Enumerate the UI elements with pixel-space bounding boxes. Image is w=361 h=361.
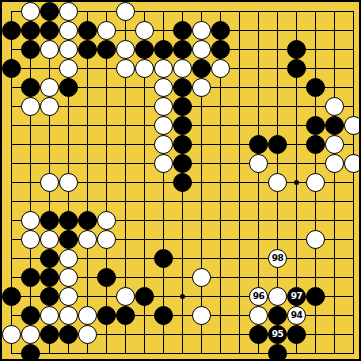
- white-stone: [268, 173, 287, 192]
- black-stone: [21, 344, 40, 361]
- black-stone: [173, 21, 192, 40]
- white-stone: [154, 135, 173, 154]
- white-stone: [249, 154, 268, 173]
- black-stone: [249, 325, 268, 344]
- white-stone: [21, 230, 40, 249]
- white-stone: [59, 268, 78, 287]
- black-stone: [135, 287, 154, 306]
- black-stone: [154, 249, 173, 268]
- white-stone: [192, 21, 211, 40]
- white-stone-move-94: 94: [287, 306, 306, 325]
- white-stone: [97, 211, 116, 230]
- black-stone: [211, 40, 230, 59]
- white-stone: [59, 2, 78, 21]
- black-stone: [173, 154, 192, 173]
- white-stone: [249, 306, 268, 325]
- white-stone: [192, 40, 211, 59]
- black-stone: [21, 40, 40, 59]
- black-stone: [78, 21, 97, 40]
- white-stone: [40, 97, 59, 116]
- white-stone: [116, 287, 135, 306]
- black-stone: [40, 249, 59, 268]
- white-stone: [116, 2, 135, 21]
- white-stone: [78, 230, 97, 249]
- white-stone: [59, 21, 78, 40]
- white-stone: [116, 59, 135, 78]
- white-stone: [59, 59, 78, 78]
- black-stone: [268, 135, 287, 154]
- grid-line-horizontal: [11, 201, 354, 202]
- black-stone: [21, 268, 40, 287]
- white-stone: [154, 78, 173, 97]
- grid-line-horizontal: [11, 353, 354, 354]
- black-stone: [173, 116, 192, 135]
- white-stone: [306, 230, 325, 249]
- black-stone: [59, 325, 78, 344]
- move-number-label: 97: [291, 292, 303, 301]
- black-stone: [59, 78, 78, 97]
- white-stone: [40, 78, 59, 97]
- white-stone: [173, 59, 192, 78]
- white-stone: [78, 306, 97, 325]
- black-stone: [2, 287, 21, 306]
- black-stone: [40, 325, 59, 344]
- black-stone: [116, 306, 135, 325]
- grid-line-vertical: [239, 11, 240, 354]
- white-stone: [192, 268, 211, 287]
- black-stone: [59, 230, 78, 249]
- white-stone: [154, 97, 173, 116]
- white-stone: [344, 116, 361, 135]
- white-stone: [59, 306, 78, 325]
- black-stone: [135, 40, 154, 59]
- black-stone: [287, 59, 306, 78]
- black-stone: [154, 306, 173, 325]
- move-number-label: 95: [272, 330, 284, 339]
- white-stone: [40, 306, 59, 325]
- white-stone: [344, 154, 361, 173]
- white-stone: [59, 249, 78, 268]
- white-stone: [97, 230, 116, 249]
- black-stone: [249, 135, 268, 154]
- black-stone: [173, 97, 192, 116]
- black-stone: [173, 173, 192, 192]
- white-stone: [59, 173, 78, 192]
- move-number-label: 96: [253, 292, 265, 301]
- black-stone: [97, 306, 116, 325]
- black-stone: [306, 116, 325, 135]
- black-stone: [287, 325, 306, 344]
- black-stone: [40, 287, 59, 306]
- white-stone: [325, 97, 344, 116]
- black-stone: [306, 78, 325, 97]
- white-stone: [59, 287, 78, 306]
- black-stone: [40, 2, 59, 21]
- white-stone: [21, 2, 40, 21]
- white-stone: [306, 173, 325, 192]
- white-stone: [135, 21, 154, 40]
- move-number-label: 94: [291, 311, 303, 320]
- white-stone: [21, 325, 40, 344]
- white-stone-move-96: 96: [249, 287, 268, 306]
- black-stone: [78, 211, 97, 230]
- move-number-label: 98: [272, 254, 284, 263]
- black-stone: [97, 40, 116, 59]
- white-stone: [40, 230, 59, 249]
- white-stone: [325, 135, 344, 154]
- black-stone: [21, 21, 40, 40]
- star-point: [294, 180, 299, 185]
- black-stone: [325, 116, 344, 135]
- black-stone: [59, 211, 78, 230]
- white-stone: [192, 306, 211, 325]
- white-stone: [211, 59, 230, 78]
- black-stone: [211, 21, 230, 40]
- white-stone: [78, 325, 97, 344]
- white-stone: [97, 21, 116, 40]
- black-stone: [154, 40, 173, 59]
- white-stone-move-98: 98: [268, 249, 287, 268]
- black-stone: [287, 40, 306, 59]
- white-stone: [154, 59, 173, 78]
- white-stone: [116, 40, 135, 59]
- black-stone: [192, 59, 211, 78]
- black-stone: [40, 268, 59, 287]
- white-stone: [40, 173, 59, 192]
- black-stone: [2, 21, 21, 40]
- go-board[interactable]: 9896979495: [0, 0, 361, 361]
- black-stone: [306, 287, 325, 306]
- black-stone-move-97: 97: [287, 287, 306, 306]
- black-stone-move-95: 95: [268, 325, 287, 344]
- black-stone: [268, 306, 287, 325]
- black-stone: [268, 344, 287, 361]
- white-stone: [59, 40, 78, 59]
- black-stone: [97, 268, 116, 287]
- white-stone: [21, 211, 40, 230]
- black-stone: [40, 211, 59, 230]
- black-stone: [2, 59, 21, 78]
- white-stone: [154, 154, 173, 173]
- white-stone: [2, 325, 21, 344]
- grid-line-vertical: [353, 11, 354, 354]
- black-stone: [173, 78, 192, 97]
- black-stone: [306, 135, 325, 154]
- black-stone: [78, 40, 97, 59]
- black-stone: [173, 40, 192, 59]
- black-stone: [21, 306, 40, 325]
- black-stone: [40, 21, 59, 40]
- white-stone: [40, 40, 59, 59]
- white-stone: [135, 59, 154, 78]
- black-stone: [173, 135, 192, 154]
- white-stone: [192, 78, 211, 97]
- black-stone: [21, 78, 40, 97]
- grid-line-vertical: [334, 11, 335, 354]
- white-stone: [154, 116, 173, 135]
- white-stone: [21, 97, 40, 116]
- go-app-window: 9896979495: [0, 0, 361, 361]
- white-stone: [325, 154, 344, 173]
- white-stone: [268, 287, 287, 306]
- star-point: [180, 294, 185, 299]
